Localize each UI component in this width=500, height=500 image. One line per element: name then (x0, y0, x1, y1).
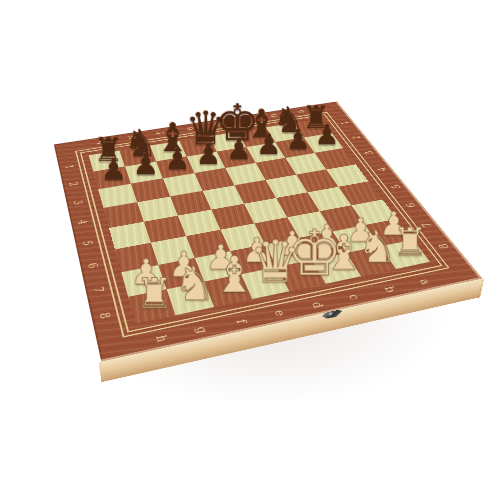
square-r4c1[interactable] (144, 216, 186, 243)
rank-labels-right-2: 2 (340, 131, 374, 143)
piece-white-rook[interactable]: ♜ (134, 274, 174, 314)
piece-black-pawn[interactable]: ♟ (97, 155, 130, 183)
piece-white-knight[interactable]: ♞ (173, 262, 213, 307)
piece-white-bishop[interactable]: ♝ (212, 251, 251, 299)
piece-black-pawn[interactable]: ♟ (193, 140, 225, 167)
square-r2c1[interactable] (131, 178, 170, 202)
perspective-scene: hgfedcba hgfedcba 12345678 12345678 ♜♞♝♛… (56, 47, 441, 432)
rank-labels-right-8: 8 (423, 237, 464, 255)
piece-black-pawn[interactable]: ♟ (312, 121, 343, 147)
scale-wrapper: hgfedcba hgfedcba 12345678 12345678 ♜♞♝♛… (56, 47, 441, 432)
piece-black-pawn[interactable]: ♟ (253, 130, 284, 157)
rank-labels-right-4: 4 (364, 162, 400, 176)
piece-black-pawn[interactable]: ♟ (283, 126, 314, 153)
piece-black-pawn[interactable]: ♟ (161, 145, 193, 173)
chess-board-box: hgfedcba hgfedcba 12345678 12345678 ♜♞♝♛… (54, 101, 482, 361)
board-frame: hgfedcba hgfedcba 12345678 12345678 ♜♞♝♛… (54, 101, 482, 361)
square-r3c0[interactable] (103, 202, 143, 228)
piece-black-pawn[interactable]: ♟ (223, 135, 255, 162)
file-labels-bottom-b: b (373, 275, 408, 304)
piece-black-pawn[interactable]: ♟ (130, 150, 162, 178)
product-photo: hgfedcba hgfedcba 12345678 12345678 ♜♞♝♛… (0, 0, 500, 500)
